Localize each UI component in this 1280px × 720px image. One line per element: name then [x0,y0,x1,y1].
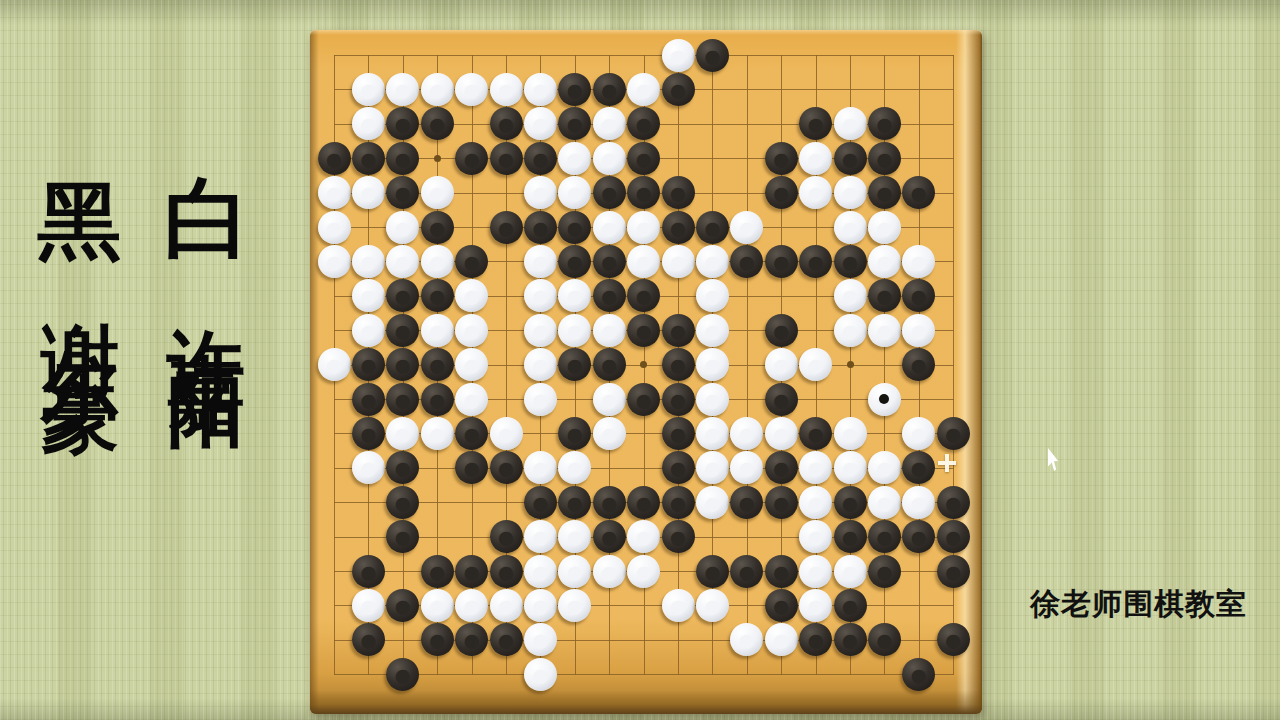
white-stone: ● [455,589,488,622]
black-stone: ● [421,555,454,588]
white-stone: ● [799,451,832,484]
black-stone: ● [352,623,385,656]
white-stone: ● [524,176,557,209]
white-stone: ● [524,623,557,656]
white-stone: ● [730,451,763,484]
black-stone: ● [386,279,419,312]
white-stone: ● [386,417,419,450]
black-stone: ● [421,279,454,312]
white-stone: ● [765,417,798,450]
black-stone: ● [799,245,832,278]
black-stone: ● [799,417,832,450]
black-stone: ● [902,279,935,312]
black-stone: ● [352,417,385,450]
white-stone: ● [524,589,557,622]
black-stone: ● [386,589,419,622]
white-stone: ● [902,486,935,519]
black-stone: ● [318,142,351,175]
black-stone: ● [421,107,454,140]
black-stone: ● [352,383,385,416]
white-stone: ● [868,486,901,519]
black-stone: ● [868,623,901,656]
white-stone: ● [558,555,591,588]
black-stone: ● [558,107,591,140]
white-stone: ● [834,451,867,484]
channel-caption: 徐老师围棋教室 [1030,584,1247,625]
black-stone: ● [765,314,798,347]
white-stone: ● [524,107,557,140]
white-stone: ● [662,589,695,622]
black-stone: ● [386,383,419,416]
black-stone: ● [593,245,626,278]
black-stone: ● [558,348,591,381]
white-stone: ● [558,520,591,553]
black-stone: ● [490,211,523,244]
black-player-name: 谢尔豪 [42,260,120,341]
black-stone: ● [765,245,798,278]
black-stone: ● [662,383,695,416]
black-stone: ● [352,555,385,588]
grid-line-horizontal [334,674,954,675]
black-stone: ● [868,142,901,175]
white-stone: ● [696,279,729,312]
white-stone: ● [490,73,523,106]
black-stone: ● [937,486,970,519]
white-stone: ● [696,245,729,278]
black-stone: ● [696,39,729,72]
white-stone: ● [799,589,832,622]
black-stone: ● [662,417,695,450]
black-stone: ● [386,348,419,381]
black-stone: ● [490,451,523,484]
white-stone: ● [730,417,763,450]
black-stone: ● [730,555,763,588]
black-stone: ● [421,383,454,416]
white-stone: ● [593,314,626,347]
black-stone: ● [765,589,798,622]
video-frame: 黑 谢尔豪 白 许嘉阳 ●●●●●●●●●●●●●●●●●●●●●●●●●●●●… [0,0,1280,720]
white-stone: ● [799,142,832,175]
white-stone: ● [490,417,523,450]
black-stone: ● [730,486,763,519]
black-stone: ● [902,520,935,553]
black-stone: ● [558,211,591,244]
white-player-name: 许嘉阳 [168,264,246,342]
white-stone: ● [421,589,454,622]
last-move-marker [879,394,889,404]
white-stone: ● [421,176,454,209]
white-stone: ● [834,176,867,209]
white-stone: ● [902,417,935,450]
black-stone: ● [868,279,901,312]
white-stone: ● [799,348,832,381]
black-stone: ● [490,107,523,140]
black-stone: ● [662,451,695,484]
white-stone: ● [834,555,867,588]
black-stone: ● [558,245,591,278]
black-stone: ● [386,658,419,691]
white-stone: ● [593,211,626,244]
white-stone: ● [455,383,488,416]
white-stone: ● [524,658,557,691]
white-stone: ● [730,211,763,244]
black-stone: ● [455,142,488,175]
white-stone: ● [868,211,901,244]
white-stone: ● [902,245,935,278]
white-stone: ● [318,348,351,381]
white-stone: ● [868,245,901,278]
white-stone: ● [696,383,729,416]
black-stone: ● [937,623,970,656]
white-stone: ● [352,314,385,347]
black-stone: ● [765,176,798,209]
black-stone: ● [627,314,660,347]
white-stone: ● [799,176,832,209]
black-stone: ● [352,142,385,175]
board-edge-top [310,30,982,35]
black-stone: ● [902,348,935,381]
white-stone: ● [627,555,660,588]
white-stone: ● [765,348,798,381]
star-point [434,155,441,162]
black-stone: ● [834,623,867,656]
crosshair-cursor [938,454,956,472]
white-stone: ● [524,314,557,347]
black-stone: ● [662,73,695,106]
black-stone: ● [386,107,419,140]
black-stone: ● [490,623,523,656]
white-stone: ● [318,211,351,244]
white-stone: ● [593,107,626,140]
white-stone: ● [524,555,557,588]
white-stone: ● [318,176,351,209]
white-stone: ● [868,451,901,484]
white-stone: ● [593,417,626,450]
black-stone: ● [558,486,591,519]
white-stone: ● [352,589,385,622]
black-stone: ● [593,520,626,553]
white-stone: ● [352,107,385,140]
white-stone: ● [593,142,626,175]
black-stone: ● [593,176,626,209]
black-stone: ● [834,520,867,553]
white-stone: ● [421,314,454,347]
white-stone: ● [455,73,488,106]
white-stone: ● [524,520,557,553]
white-stone: ● [696,451,729,484]
white-stone: ● [834,417,867,450]
black-stone: ● [386,451,419,484]
white-stone: ● [627,211,660,244]
black-stone: ● [490,142,523,175]
white-stone: ● [490,589,523,622]
black-stone: ● [799,623,832,656]
white-stone: ● [696,589,729,622]
black-stone: ● [902,658,935,691]
black-stone: ● [421,348,454,381]
white-stone: ● [593,383,626,416]
black-stone: ● [834,245,867,278]
black-stone: ● [455,245,488,278]
black-stone: ● [799,107,832,140]
black-stone: ● [765,486,798,519]
white-stone: ● [627,73,660,106]
white-stone: ● [868,383,901,416]
white-stone: ● [558,589,591,622]
black-stone: ● [937,417,970,450]
board-edge-bottom [310,690,982,714]
white-stone: ● [662,39,695,72]
white-stone: ● [558,314,591,347]
white-stone: ● [902,314,935,347]
black-stone: ● [662,486,695,519]
black-stone: ● [455,451,488,484]
white-stone: ● [627,245,660,278]
white-stone: ● [593,555,626,588]
white-stone: ● [662,245,695,278]
black-stone: ● [627,279,660,312]
black-stone: ● [558,73,591,106]
black-stone: ● [386,142,419,175]
white-stone: ● [421,245,454,278]
white-stone: ● [421,73,454,106]
black-stone: ● [558,417,591,450]
white-stone: ● [524,383,557,416]
black-stone: ● [524,211,557,244]
white-stone: ● [524,279,557,312]
white-stone: ● [352,73,385,106]
white-stone: ● [524,73,557,106]
white-stone: ● [627,520,660,553]
white-stone: ● [558,176,591,209]
black-stone: ● [765,555,798,588]
black-stone: ● [937,555,970,588]
white-stone: ● [524,451,557,484]
white-stone: ● [696,417,729,450]
white-stone: ● [799,520,832,553]
white-stone: ● [421,417,454,450]
board-edge-left [310,30,319,714]
black-stone: ● [834,142,867,175]
white-stone: ● [352,245,385,278]
white-stone: ● [318,245,351,278]
black-stone: ● [593,279,626,312]
black-stone: ● [524,142,557,175]
black-stone: ● [696,555,729,588]
black-stone: ● [696,211,729,244]
white-stone: ● [455,314,488,347]
white-stone: ● [455,348,488,381]
white-stone: ● [352,279,385,312]
white-stone: ● [386,73,419,106]
black-stone: ● [662,520,695,553]
black-stone: ● [386,314,419,347]
black-stone: ● [730,245,763,278]
board-edge-right [956,30,982,714]
black-stone: ● [868,176,901,209]
star-point [847,361,854,368]
white-stone: ● [696,314,729,347]
white-stone: ● [696,348,729,381]
white-stone: ● [524,245,557,278]
white-stone: ● [799,486,832,519]
black-stone: ● [662,176,695,209]
black-stone: ● [765,383,798,416]
black-stone: ● [627,383,660,416]
black-stone: ● [593,348,626,381]
black-stone: ● [627,486,660,519]
black-stone: ● [455,623,488,656]
black-stone: ● [868,107,901,140]
black-stone: ● [386,486,419,519]
black-stone: ● [834,589,867,622]
black-stone: ● [593,486,626,519]
board-grid: ●●●●●●●●●●●●●●●●●●●●●●●●●●●●●●●●●●●●●●●●… [334,55,954,675]
white-stone: ● [558,142,591,175]
black-stone: ● [902,451,935,484]
black-stone: ● [524,486,557,519]
white-stone: ● [524,348,557,381]
black-stone: ● [868,555,901,588]
black-stone: ● [455,417,488,450]
star-point [640,361,647,368]
black-stone: ● [490,555,523,588]
white-stone: ● [868,314,901,347]
black-stone: ● [627,142,660,175]
white-stone: ● [455,279,488,312]
go-board: ●●●●●●●●●●●●●●●●●●●●●●●●●●●●●●●●●●●●●●●●… [310,30,982,714]
white-stone: ● [730,623,763,656]
white-stone: ● [834,314,867,347]
black-stone: ● [421,211,454,244]
black-stone: ● [352,348,385,381]
white-stone: ● [834,211,867,244]
white-stone: ● [386,245,419,278]
black-stone: ● [937,520,970,553]
black-stone: ● [765,451,798,484]
black-stone: ● [627,107,660,140]
mouse-cursor [1048,448,1063,471]
black-stone: ● [662,314,695,347]
black-stone: ● [455,555,488,588]
white-stone: ● [799,555,832,588]
black-stone: ● [662,211,695,244]
black-stone: ● [593,73,626,106]
white-stone: ● [386,211,419,244]
white-stone: ● [352,176,385,209]
black-stone: ● [765,142,798,175]
black-stone: ● [421,623,454,656]
white-stone: ● [696,486,729,519]
white-stone: ● [558,451,591,484]
black-stone: ● [902,176,935,209]
black-stone: ● [490,520,523,553]
black-stone: ● [868,520,901,553]
white-stone: ● [834,107,867,140]
white-stone: ● [765,623,798,656]
black-stone: ● [386,520,419,553]
white-stone: ● [558,279,591,312]
black-stone: ● [386,176,419,209]
black-stone: ● [662,348,695,381]
white-stone: ● [834,279,867,312]
black-stone: ● [627,176,660,209]
white-stone: ● [352,451,385,484]
black-stone: ● [834,486,867,519]
